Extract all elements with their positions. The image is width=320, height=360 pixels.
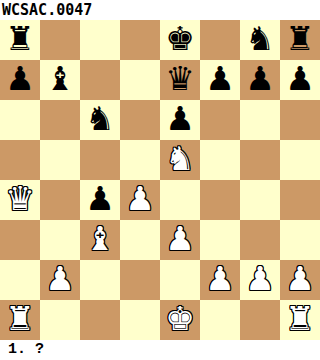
black-rook-piece: ♜ [285,20,315,59]
square-c6[interactable]: ♞ [80,100,120,140]
black-rook-piece: ♜ [5,20,35,59]
square-f3[interactable] [200,220,240,260]
black-pawn-piece: ♟ [5,60,35,99]
square-h2[interactable]: ♟ [280,260,320,300]
square-c8[interactable] [80,20,120,60]
square-h1[interactable]: ♜ [280,300,320,340]
square-d3[interactable] [120,220,160,260]
square-e6[interactable]: ♟ [160,100,200,140]
square-e7[interactable]: ♛ [160,60,200,100]
square-h5[interactable] [280,140,320,180]
white-pawn-piece: ♟ [245,260,275,299]
square-h8[interactable]: ♜ [280,20,320,60]
square-f5[interactable] [200,140,240,180]
square-e2[interactable] [160,260,200,300]
square-a4[interactable]: ♛ [0,180,40,220]
white-pawn-piece: ♟ [285,260,315,299]
chess-board: ♜♚♞♜♟♝♛♟♟♟♞♟♞♛♟♟♝♟♟♟♟♟♜♚♜ [0,20,320,340]
black-pawn-piece: ♟ [165,100,195,139]
square-f2[interactable]: ♟ [200,260,240,300]
white-knight-piece: ♞ [165,140,195,179]
square-f1[interactable] [200,300,240,340]
chess-diagram-window: WCSAC.0047 ♜♚♞♜♟♝♛♟♟♟♞♟♞♛♟♟♝♟♟♟♟♟♜♚♜ 1. … [0,0,320,360]
white-pawn-piece: ♟ [205,260,235,299]
square-g2[interactable]: ♟ [240,260,280,300]
square-h6[interactable] [280,100,320,140]
square-c5[interactable] [80,140,120,180]
white-rook-piece: ♜ [285,300,315,339]
square-b2[interactable]: ♟ [40,260,80,300]
square-h3[interactable] [280,220,320,260]
square-b3[interactable] [40,220,80,260]
square-c2[interactable] [80,260,120,300]
black-queen-piece: ♛ [165,60,195,99]
black-bishop-piece: ♝ [45,60,75,99]
square-d1[interactable] [120,300,160,340]
square-h4[interactable] [280,180,320,220]
square-g1[interactable] [240,300,280,340]
move-prompt: 1. ? [0,340,320,360]
position-title: WCSAC.0047 [0,0,320,20]
square-e1[interactable]: ♚ [160,300,200,340]
square-d8[interactable] [120,20,160,60]
square-c4[interactable]: ♟ [80,180,120,220]
square-e3[interactable]: ♟ [160,220,200,260]
black-pawn-piece: ♟ [205,60,235,99]
white-pawn-piece: ♟ [165,220,195,259]
square-a5[interactable] [0,140,40,180]
white-rook-piece: ♜ [5,300,35,339]
black-knight-piece: ♞ [85,100,115,139]
square-b1[interactable] [40,300,80,340]
square-a2[interactable] [0,260,40,300]
square-b4[interactable] [40,180,80,220]
white-pawn-piece: ♟ [45,260,75,299]
black-pawn-piece: ♟ [285,60,315,99]
square-e5[interactable]: ♞ [160,140,200,180]
black-knight-piece: ♞ [245,20,275,59]
square-e8[interactable]: ♚ [160,20,200,60]
square-h7[interactable]: ♟ [280,60,320,100]
square-g7[interactable]: ♟ [240,60,280,100]
square-f7[interactable]: ♟ [200,60,240,100]
black-pawn-piece: ♟ [85,180,115,219]
square-g3[interactable] [240,220,280,260]
white-bishop-piece: ♝ [85,220,115,259]
square-g6[interactable] [240,100,280,140]
black-pawn-piece: ♟ [245,60,275,99]
square-d5[interactable] [120,140,160,180]
black-king-piece: ♚ [165,20,195,59]
square-b7[interactable]: ♝ [40,60,80,100]
square-d7[interactable] [120,60,160,100]
square-g8[interactable]: ♞ [240,20,280,60]
square-b5[interactable] [40,140,80,180]
square-f4[interactable] [200,180,240,220]
square-d4[interactable]: ♟ [120,180,160,220]
square-g4[interactable] [240,180,280,220]
square-b6[interactable] [40,100,80,140]
square-d6[interactable] [120,100,160,140]
square-a7[interactable]: ♟ [0,60,40,100]
square-d2[interactable] [120,260,160,300]
square-c3[interactable]: ♝ [80,220,120,260]
white-king-piece: ♚ [165,300,195,339]
square-f6[interactable] [200,100,240,140]
square-a6[interactable] [0,100,40,140]
square-b8[interactable] [40,20,80,60]
square-e4[interactable] [160,180,200,220]
white-queen-piece: ♛ [5,180,35,219]
white-pawn-piece: ♟ [125,180,155,219]
square-f8[interactable] [200,20,240,60]
square-c7[interactable] [80,60,120,100]
square-a1[interactable]: ♜ [0,300,40,340]
square-a3[interactable] [0,220,40,260]
square-c1[interactable] [80,300,120,340]
square-g5[interactable] [240,140,280,180]
square-a8[interactable]: ♜ [0,20,40,60]
